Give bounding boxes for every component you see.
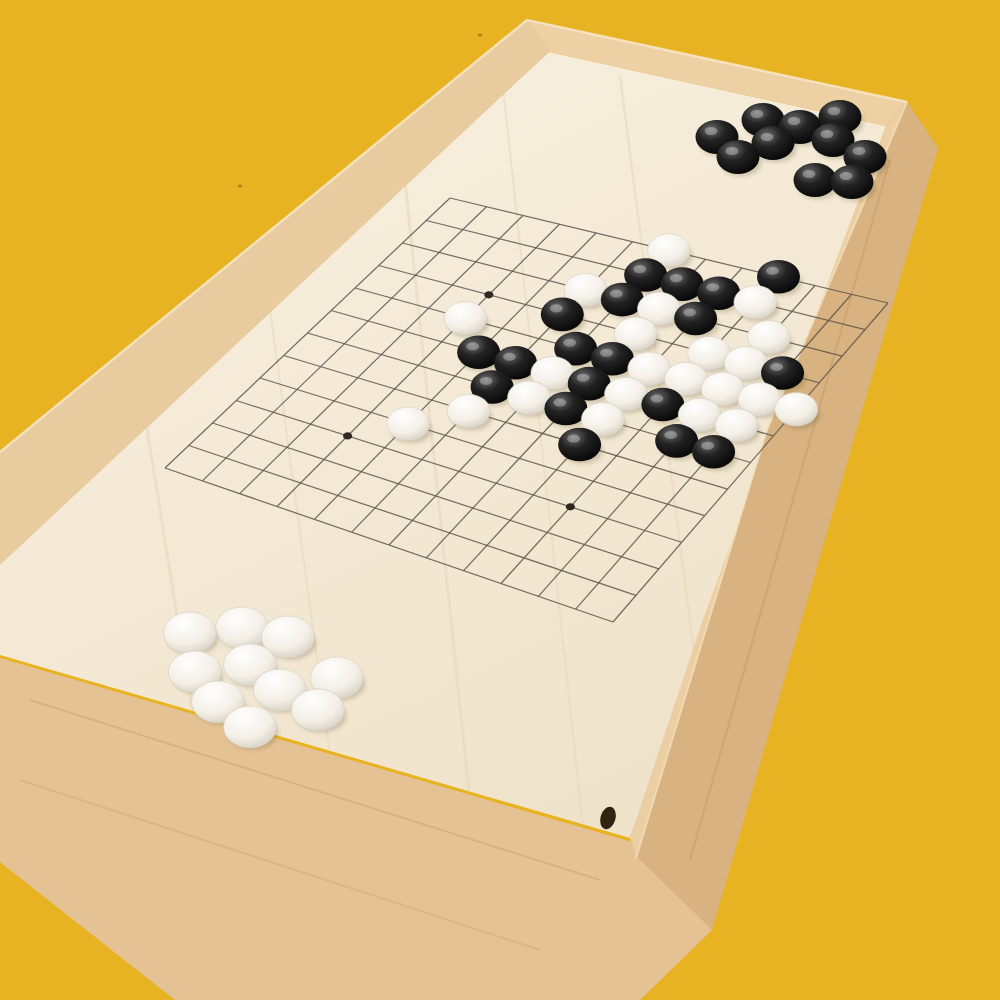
stone-highlight [828, 107, 841, 115]
stone-body [224, 706, 277, 748]
dust-speck [238, 184, 242, 187]
stone-highlight [840, 172, 853, 180]
stone-highlight [705, 127, 718, 135]
stone-highlight [803, 170, 816, 178]
product-photo-stage [0, 0, 1000, 1000]
stone-body [216, 607, 269, 649]
stone-highlight [751, 110, 764, 118]
stone-highlight [853, 147, 866, 155]
stone-body [164, 612, 217, 654]
stone-body [292, 689, 345, 731]
stone-highlight [821, 130, 834, 138]
stone-body [831, 165, 874, 199]
stone-highlight [726, 147, 739, 155]
stone-highlight [766, 267, 779, 275]
stone-highlight [761, 133, 774, 141]
stone-highlight [788, 117, 801, 125]
stone-body [717, 140, 760, 174]
dust-speck [478, 33, 482, 36]
stone-body [794, 163, 837, 197]
